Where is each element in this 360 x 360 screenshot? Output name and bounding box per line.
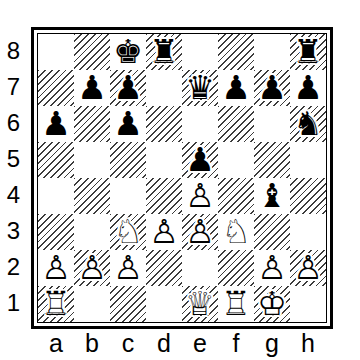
piece-white-pawn: ♙ [254,250,290,286]
square-h7: ♟ [290,70,326,106]
piece-white-knight: ♘ [110,214,146,250]
file-label-h: h [290,329,326,358]
file-label-d: d [146,329,182,358]
square-b6 [74,106,110,142]
file-label-a: a [38,329,74,358]
square-f8 [218,34,254,70]
piece-black-rook: ♜ [146,34,182,70]
square-g4: ♝ [254,178,290,214]
square-g3 [254,214,290,250]
square-a1: ♖ [38,286,74,322]
square-a6: ♟ [38,106,74,142]
square-g1: ♔ [254,286,290,322]
piece-black-knight: ♞ [290,106,326,142]
piece-black-pawn: ♟ [74,70,110,106]
piece-white-pawn: ♙ [110,250,146,286]
piece-black-pawn: ♟ [218,70,254,106]
square-e4: ♙ [182,178,218,214]
square-a5 [38,142,74,178]
square-h6: ♞ [290,106,326,142]
chess-board: ♚♜♜♟♟♛♟♟♟♟♟♞♟♙♝♘♙♙♘♙♙♙♙♙♖♕♖♔ [37,33,327,323]
piece-white-pawn: ♙ [182,214,218,250]
square-c6: ♟ [110,106,146,142]
piece-white-pawn: ♙ [146,214,182,250]
square-b2: ♙ [74,250,110,286]
square-f5 [218,142,254,178]
rank-label-5: 5 [0,141,27,177]
square-d4 [146,178,182,214]
square-f3: ♘ [218,214,254,250]
square-c8: ♚ [110,34,146,70]
square-a4 [38,178,74,214]
rank-label-6: 6 [0,105,27,141]
square-f2 [218,250,254,286]
piece-black-pawn: ♟ [182,142,218,178]
file-label-c: c [110,329,146,358]
square-b4 [74,178,110,214]
piece-black-pawn: ♟ [110,70,146,106]
rank-label-8: 8 [0,33,27,69]
piece-black-pawn: ♟ [110,106,146,142]
square-b3 [74,214,110,250]
square-c2: ♙ [110,250,146,286]
square-c1 [110,286,146,322]
square-h1 [290,286,326,322]
square-h3 [290,214,326,250]
file-label-g: g [254,329,290,358]
square-b8 [74,34,110,70]
square-h5 [290,142,326,178]
square-b7: ♟ [74,70,110,106]
piece-white-rook: ♖ [218,286,254,322]
square-g5 [254,142,290,178]
square-d1 [146,286,182,322]
square-f1: ♖ [218,286,254,322]
file-label-e: e [182,329,218,358]
square-h2: ♙ [290,250,326,286]
square-f6 [218,106,254,142]
chess-diagram: 87654321 ♚♜♜♟♟♛♟♟♟♟♟♞♟♙♝♘♙♙♘♙♙♙♙♙♖♕♖♔ ab… [0,0,360,360]
square-g2: ♙ [254,250,290,286]
square-b5 [74,142,110,178]
piece-black-pawn: ♟ [290,70,326,106]
square-d6 [146,106,182,142]
piece-white-knight: ♘ [218,214,254,250]
square-c7: ♟ [110,70,146,106]
rank-label-1: 1 [0,285,27,321]
square-d3: ♙ [146,214,182,250]
square-c5 [110,142,146,178]
square-d2 [146,250,182,286]
square-e2 [182,250,218,286]
square-h8: ♜ [290,34,326,70]
square-e7: ♛ [182,70,218,106]
piece-black-pawn: ♟ [38,106,74,142]
square-g7: ♟ [254,70,290,106]
square-h4 [290,178,326,214]
square-e3: ♙ [182,214,218,250]
piece-white-rook: ♖ [38,286,74,322]
piece-black-queen: ♛ [182,70,218,106]
piece-black-rook: ♜ [290,34,326,70]
rank-label-4: 4 [0,177,27,213]
piece-white-king: ♔ [254,286,290,322]
piece-white-pawn: ♙ [74,250,110,286]
square-d7 [146,70,182,106]
square-a3 [38,214,74,250]
square-e1: ♕ [182,286,218,322]
piece-white-queen: ♕ [182,286,218,322]
piece-black-bishop: ♝ [254,178,290,214]
rank-label-7: 7 [0,69,27,105]
file-label-f: f [218,329,254,358]
square-b1 [74,286,110,322]
piece-white-pawn: ♙ [290,250,326,286]
rank-label-2: 2 [0,249,27,285]
rank-label-3: 3 [0,213,27,249]
square-e6 [182,106,218,142]
square-a8 [38,34,74,70]
square-f4 [218,178,254,214]
square-g8 [254,34,290,70]
square-d5 [146,142,182,178]
file-label-b: b [74,329,110,358]
square-d8: ♜ [146,34,182,70]
square-a7 [38,70,74,106]
square-c4 [110,178,146,214]
rank-labels: 87654321 [0,33,27,321]
board-frame: ♚♜♜♟♟♛♟♟♟♟♟♞♟♙♝♘♙♙♘♙♙♙♙♙♖♕♖♔ [31,27,333,329]
square-c3: ♘ [110,214,146,250]
file-labels: abcdefgh [38,329,326,358]
square-e5: ♟ [182,142,218,178]
square-e8 [182,34,218,70]
piece-white-pawn: ♙ [38,250,74,286]
piece-black-pawn: ♟ [254,70,290,106]
square-f7: ♟ [218,70,254,106]
square-g6 [254,106,290,142]
piece-black-king: ♚ [110,34,146,70]
piece-white-pawn: ♙ [182,178,218,214]
square-a2: ♙ [38,250,74,286]
